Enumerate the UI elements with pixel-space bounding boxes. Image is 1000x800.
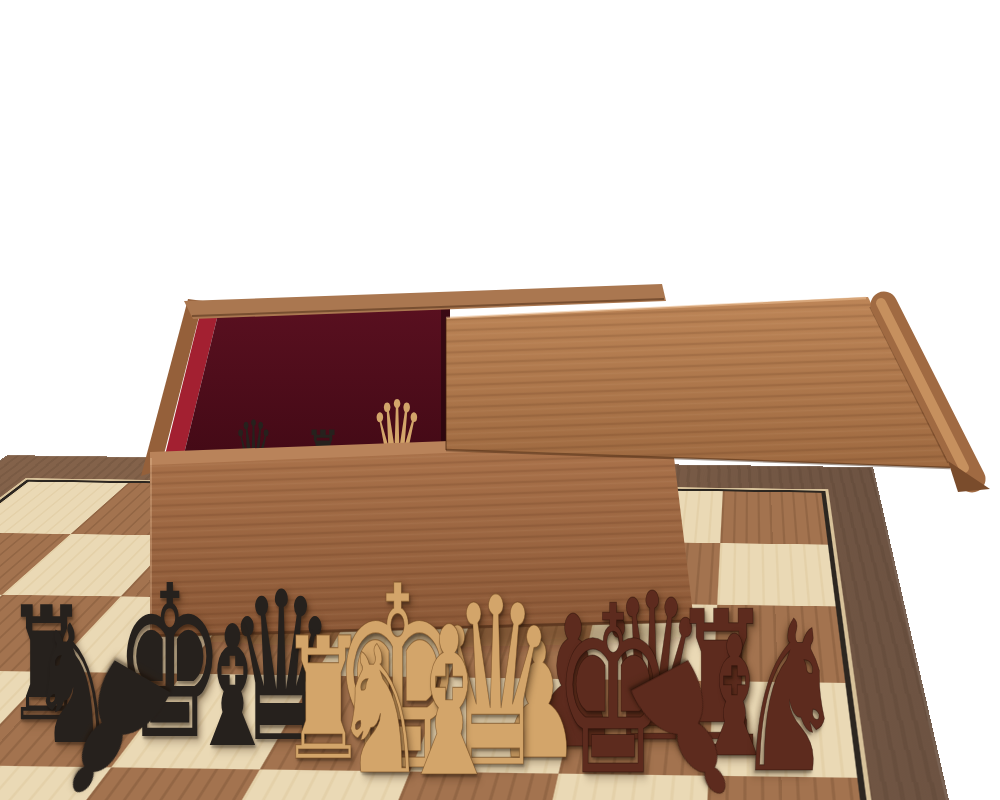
board-square	[720, 491, 828, 544]
board-square	[580, 603, 716, 681]
board-square	[559, 679, 713, 776]
board-square	[478, 540, 611, 603]
board-square	[717, 543, 836, 607]
chessboard	[0, 455, 1000, 800]
board-square	[531, 774, 708, 800]
board-playing-area	[0, 480, 982, 800]
board-inlay-line	[0, 478, 994, 800]
board-square	[708, 681, 857, 778]
board-square	[597, 541, 719, 604]
board-square	[702, 776, 873, 800]
board-square	[503, 489, 623, 542]
board-square	[713, 605, 846, 683]
board-perspective-wrapper	[0, 0, 1000, 800]
chess-set-product-photo: ♛♜♛	[0, 0, 1000, 800]
board-square	[611, 490, 722, 543]
